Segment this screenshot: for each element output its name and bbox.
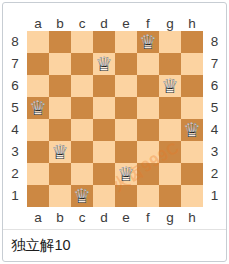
square-a7 [27, 53, 49, 75]
square-c6 [71, 75, 93, 97]
square-b5 [49, 97, 71, 119]
square-a1 [27, 185, 49, 207]
file-label-top-c: c [79, 17, 86, 31]
rank-label-right-7: 7 [211, 57, 219, 71]
file-label-bottom-b: b [56, 211, 64, 225]
square-d5 [93, 97, 115, 119]
square-c2 [71, 163, 93, 185]
rank-label-right-4: 4 [211, 123, 219, 137]
file-label-top-h: h [188, 17, 196, 31]
eight-queens-widget: abcdefgh 87654321 火齿999C ♛♕♛♕♛♕♛♕♛♕♛♕♛♕♛… [0, 0, 229, 264]
square-a4 [27, 119, 49, 141]
square-a8 [27, 31, 49, 53]
file-label-bottom-a: a [34, 211, 42, 225]
white-queen-d7: ♛♕ [93, 53, 115, 75]
white-queen-g6: ♛♕ [159, 75, 181, 97]
file-label-bottom-d: d [100, 211, 108, 225]
file-label-bottom-e: e [122, 211, 130, 225]
caption-bar: 独立解10 [3, 229, 226, 261]
square-b6 [49, 75, 71, 97]
square-b8 [49, 31, 71, 53]
square-c1: ♛♕ [71, 185, 93, 207]
square-e8 [115, 31, 137, 53]
square-g4 [159, 119, 181, 141]
square-d2 [93, 163, 115, 185]
white-queen-a5: ♛♕ [27, 97, 49, 119]
square-g7 [159, 53, 181, 75]
file-label-top-d: d [100, 17, 108, 31]
square-d4 [93, 119, 115, 141]
square-h1 [181, 185, 203, 207]
square-a2 [27, 163, 49, 185]
square-e2: ♛♕ [115, 163, 137, 185]
square-e1 [115, 185, 137, 207]
square-e7 [115, 53, 137, 75]
square-f4 [137, 119, 159, 141]
rank-label-right-6: 6 [211, 79, 219, 93]
rank-label-left-8: 8 [11, 35, 19, 49]
square-g1 [159, 185, 181, 207]
file-label-top-e: e [122, 17, 130, 31]
file-label-top-b: b [56, 17, 64, 31]
rank-label-left-6: 6 [11, 79, 19, 93]
square-h3 [181, 141, 203, 163]
square-f1 [137, 185, 159, 207]
board: 火齿999C ♛♕♛♕♛♕♛♕♛♕♛♕♛♕♛♕ [27, 31, 203, 207]
square-c4 [71, 119, 93, 141]
square-b4 [49, 119, 71, 141]
white-queen-e2: ♛♕ [115, 163, 137, 185]
square-h2 [181, 163, 203, 185]
file-label-bottom-c: c [79, 211, 86, 225]
square-g2 [159, 163, 181, 185]
square-f2 [137, 163, 159, 185]
square-a3 [27, 141, 49, 163]
square-f3 [137, 141, 159, 163]
file-label-bottom-h: h [188, 211, 196, 225]
square-b1 [49, 185, 71, 207]
white-queen-h4: ♛♕ [181, 119, 203, 141]
square-b2 [49, 163, 71, 185]
square-b3: ♛♕ [49, 141, 71, 163]
rank-labels-left: 87654321 [3, 31, 27, 207]
rank-label-left-1: 1 [11, 189, 19, 203]
square-a6 [27, 75, 49, 97]
square-h6 [181, 75, 203, 97]
rank-labels-right: 87654321 [203, 31, 226, 207]
rank-label-left-4: 4 [11, 123, 19, 137]
square-d6 [93, 75, 115, 97]
rank-label-right-3: 3 [211, 145, 219, 159]
square-c8 [71, 31, 93, 53]
white-queen-b3: ♛♕ [49, 141, 71, 163]
file-label-top-g: g [166, 17, 174, 31]
rank-label-right-2: 2 [211, 167, 219, 181]
file-labels-bottom: abcdefgh [27, 207, 203, 229]
board-frame: abcdefgh 87654321 火齿999C ♛♕♛♕♛♕♛♕♛♕♛♕♛♕♛… [2, 2, 227, 262]
square-f7 [137, 53, 159, 75]
rank-label-left-2: 2 [11, 167, 19, 181]
square-g6: ♛♕ [159, 75, 181, 97]
square-c7 [71, 53, 93, 75]
square-g8 [159, 31, 181, 53]
square-f8: ♛♕ [137, 31, 159, 53]
square-h5 [181, 97, 203, 119]
square-g3 [159, 141, 181, 163]
square-e4 [115, 119, 137, 141]
rank-label-left-5: 5 [11, 101, 19, 115]
square-f5 [137, 97, 159, 119]
square-f6 [137, 75, 159, 97]
rank-label-right-5: 5 [211, 101, 219, 115]
rank-label-left-7: 7 [11, 57, 19, 71]
file-label-bottom-g: g [166, 211, 174, 225]
rank-label-right-8: 8 [211, 35, 219, 49]
square-d7: ♛♕ [93, 53, 115, 75]
square-h4: ♛♕ [181, 119, 203, 141]
square-e3 [115, 141, 137, 163]
square-e5 [115, 97, 137, 119]
rank-label-right-1: 1 [211, 189, 219, 203]
square-h8 [181, 31, 203, 53]
white-queen-f8: ♛♕ [137, 31, 159, 53]
file-label-bottom-f: f [146, 211, 150, 225]
white-queen-c1: ♛♕ [71, 185, 93, 207]
file-label-top-f: f [146, 17, 150, 31]
caption-text: 独立解10 [11, 238, 71, 253]
square-h7 [181, 53, 203, 75]
square-d1 [93, 185, 115, 207]
board-area: abcdefgh 87654321 火齿999C ♛♕♛♕♛♕♛♕♛♕♛♕♛♕♛… [3, 3, 226, 229]
square-e6 [115, 75, 137, 97]
square-d3 [93, 141, 115, 163]
square-a5: ♛♕ [27, 97, 49, 119]
file-label-top-a: a [34, 17, 42, 31]
square-c5 [71, 97, 93, 119]
square-g5 [159, 97, 181, 119]
square-b7 [49, 53, 71, 75]
rank-label-left-3: 3 [11, 145, 19, 159]
file-labels-top: abcdefgh [27, 3, 203, 31]
square-c3 [71, 141, 93, 163]
square-d8 [93, 31, 115, 53]
